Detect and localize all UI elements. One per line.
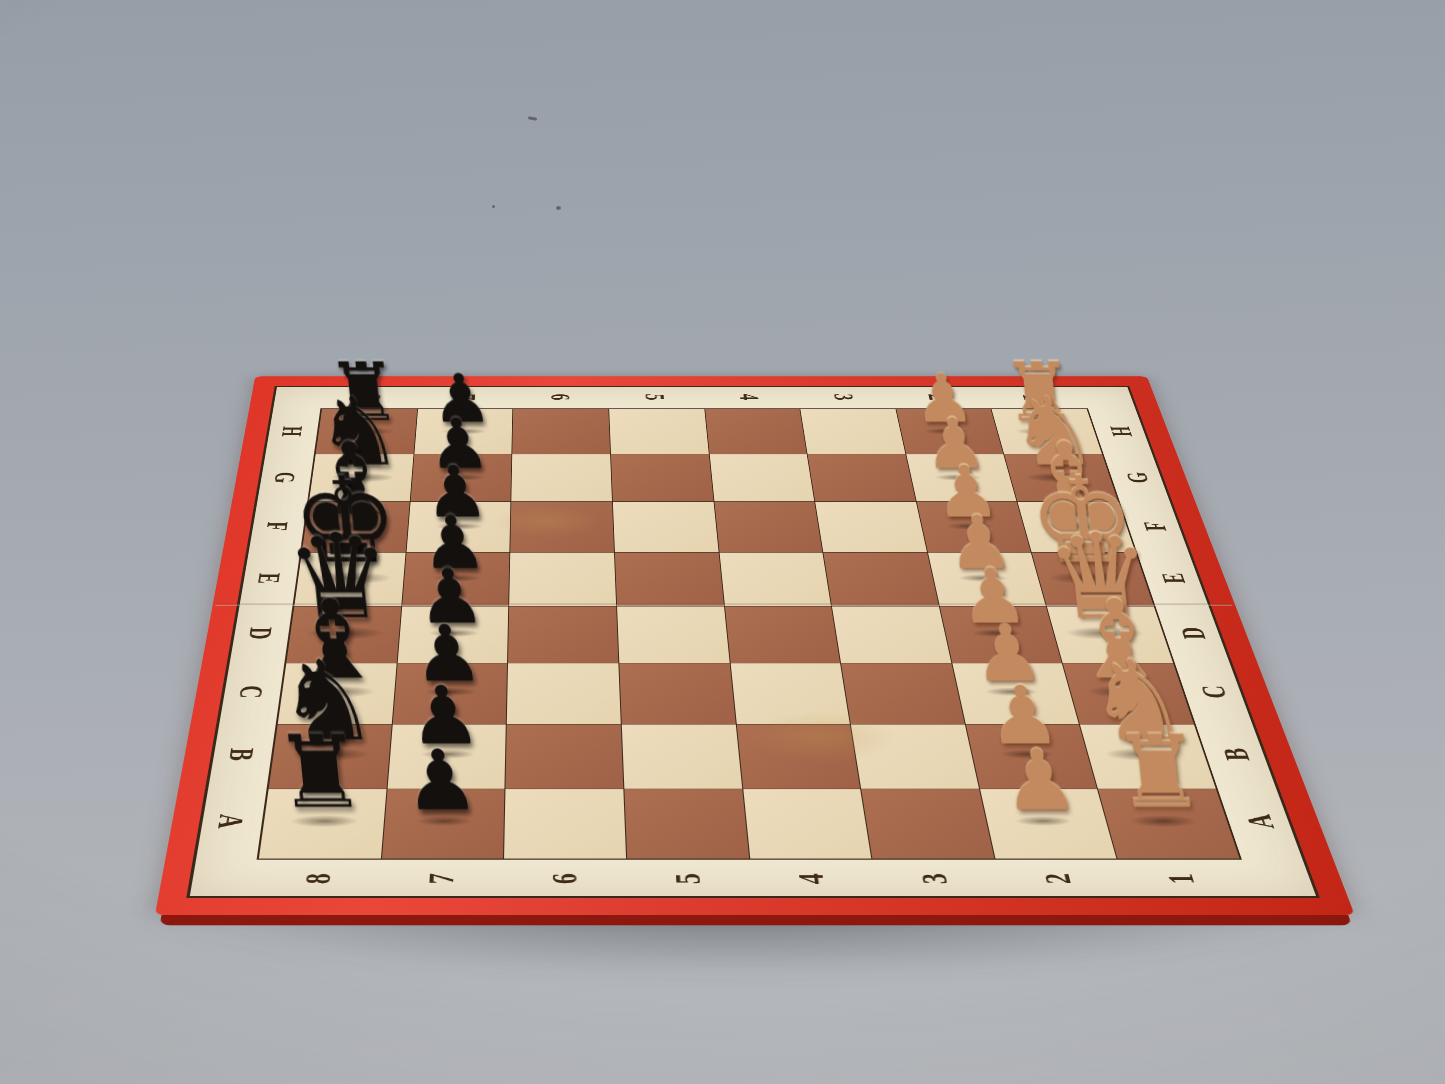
coordinate-label-top-6: 6 <box>546 394 574 400</box>
coordinate-label-left-H: H <box>277 426 307 436</box>
coordinate-label-right-H: H <box>1105 426 1137 436</box>
coordinate-label-top-1: 1 <box>1017 394 1047 400</box>
background-speck <box>556 206 561 210</box>
square-a4[interactable] <box>743 789 872 858</box>
coordinate-label-top-8: 8 <box>357 394 386 400</box>
square-f6[interactable] <box>510 502 613 552</box>
square-c6[interactable] <box>507 663 621 723</box>
piece-black-pawn-a7[interactable]: ♟ <box>399 742 482 821</box>
piece-white-rook-a1[interactable]: ♜ <box>1108 726 1207 821</box>
square-d4[interactable] <box>724 606 840 663</box>
square-g5[interactable] <box>611 454 713 501</box>
square-h6[interactable] <box>512 409 610 454</box>
coordinate-label-top-3: 3 <box>829 394 858 400</box>
background-speck <box>492 205 495 208</box>
square-c5[interactable] <box>619 663 735 723</box>
square-b5[interactable] <box>622 724 742 789</box>
chess-board[interactable]: HH88GG77FF66EE55DD44CC33BB22AA11 ♜♞♝♛♚♝♞… <box>155 376 1355 915</box>
board-side-edge <box>160 915 1353 926</box>
coordinate-label-top-5: 5 <box>640 394 668 400</box>
square-c4[interactable] <box>730 663 850 723</box>
square-f4[interactable] <box>714 502 822 552</box>
square-g3[interactable] <box>808 454 916 501</box>
square-h4[interactable] <box>705 409 807 454</box>
square-g6[interactable] <box>512 454 612 501</box>
square-h5[interactable] <box>609 409 708 454</box>
square-d3[interactable] <box>832 606 951 663</box>
square-a5[interactable] <box>624 789 748 858</box>
square-b4[interactable] <box>736 724 860 789</box>
coordinate-label-right-G: G <box>1121 472 1154 483</box>
coordinate-label-top-4: 4 <box>734 394 763 400</box>
square-a6[interactable] <box>504 789 626 858</box>
square-a3[interactable] <box>861 789 994 858</box>
square-h3[interactable] <box>800 409 905 454</box>
square-f3[interactable] <box>815 502 926 552</box>
square-c3[interactable] <box>841 663 964 723</box>
piece-white-pawn-a2[interactable]: ♟ <box>998 742 1081 821</box>
square-e3[interactable] <box>823 553 938 606</box>
coordinate-label-right-E: E <box>1156 573 1191 584</box>
square-e5[interactable] <box>615 553 724 606</box>
square-e6[interactable] <box>509 553 616 606</box>
square-d6[interactable] <box>508 606 618 663</box>
piece-black-rook-a8[interactable]: ♜ <box>270 726 369 821</box>
square-b6[interactable] <box>506 724 624 789</box>
background-speck <box>528 116 537 120</box>
square-e4[interactable] <box>719 553 831 606</box>
square-b3[interactable] <box>851 724 979 789</box>
photo-scene: HH88GG77FF66EE55DD44CC33BB22AA11 ♜♞♝♛♚♝♞… <box>0 0 1445 1084</box>
coordinate-label-top-2: 2 <box>923 394 953 400</box>
square-d5[interactable] <box>617 606 729 663</box>
square-g4[interactable] <box>709 454 814 501</box>
coordinate-label-left-G: G <box>269 472 300 483</box>
coordinate-label-top-7: 7 <box>451 394 479 400</box>
square-f5[interactable] <box>613 502 718 552</box>
